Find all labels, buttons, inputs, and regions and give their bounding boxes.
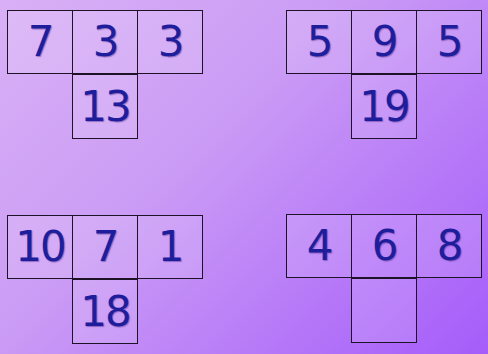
- addend-row: 7 3 3: [7, 10, 203, 74]
- addend-cell: 6: [351, 214, 417, 278]
- sum-group-top-left: 7 3 3 13: [7, 10, 203, 139]
- addend-cell: 8: [416, 214, 482, 278]
- answer-cell-empty[interactable]: [351, 278, 417, 343]
- addend-cell: 5: [416, 10, 482, 74]
- addend-cell: 3: [137, 10, 203, 74]
- addend-cell: 3: [72, 10, 138, 74]
- addend-row: 10 7 1: [7, 215, 203, 279]
- addend-cell: 1: [137, 215, 203, 279]
- sum-group-bottom-left: 10 7 1 18: [7, 215, 203, 344]
- sum-cell: 18: [72, 279, 138, 344]
- addend-row: 5 9 5: [286, 10, 482, 74]
- addend-cell: 7: [72, 215, 138, 279]
- sum-cell: 13: [72, 74, 138, 139]
- addend-cell: 9: [351, 10, 417, 74]
- addend-cell: 5: [286, 10, 352, 74]
- sum-group-top-right: 5 9 5 19: [286, 10, 482, 139]
- addend-row: 4 6 8: [286, 214, 482, 278]
- sum-group-bottom-right: 4 6 8: [286, 214, 482, 343]
- addend-cell: 4: [286, 214, 352, 278]
- sum-cell: 19: [351, 74, 417, 139]
- addend-cell: 7: [7, 10, 73, 74]
- addend-cell: 10: [7, 215, 73, 279]
